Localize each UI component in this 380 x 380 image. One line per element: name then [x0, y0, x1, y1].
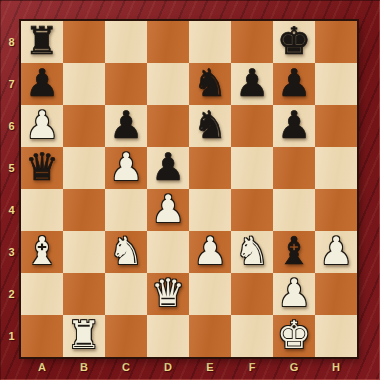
square-c2[interactable] [105, 273, 147, 315]
square-c3[interactable]: ♞ [105, 231, 147, 273]
square-g6[interactable]: ♟ [273, 105, 315, 147]
black-pawn-f7[interactable]: ♟ [235, 64, 269, 102]
square-h5[interactable] [315, 147, 357, 189]
white-pawn-g2[interactable]: ♟ [277, 274, 311, 312]
white-knight-c3[interactable]: ♞ [109, 232, 143, 270]
square-b3[interactable] [63, 231, 105, 273]
white-rook-b1[interactable]: ♜ [67, 316, 101, 354]
square-d3[interactable] [147, 231, 189, 273]
square-f6[interactable] [231, 105, 273, 147]
black-king-g8[interactable]: ♚ [277, 22, 311, 60]
black-knight-e6[interactable]: ♞ [193, 106, 227, 144]
square-f7[interactable]: ♟ [231, 63, 273, 105]
square-g8[interactable]: ♚ [273, 21, 315, 63]
square-b8[interactable] [63, 21, 105, 63]
square-c4[interactable] [105, 189, 147, 231]
file-label-g: G [273, 357, 315, 380]
square-c7[interactable] [105, 63, 147, 105]
square-c8[interactable] [105, 21, 147, 63]
square-f4[interactable] [231, 189, 273, 231]
rank-label-6: 6 [0, 105, 21, 147]
square-h1[interactable] [315, 315, 357, 357]
rank-label-1: 1 [0, 315, 21, 357]
file-labels: ABCDEFGH [21, 357, 357, 380]
file-label-f: F [231, 357, 273, 380]
rank-label-5: 5 [0, 147, 21, 189]
square-g3[interactable]: ♝ [273, 231, 315, 273]
square-f3[interactable]: ♞ [231, 231, 273, 273]
square-b5[interactable] [63, 147, 105, 189]
white-king-g1[interactable]: ♚ [277, 316, 311, 354]
square-b7[interactable] [63, 63, 105, 105]
square-g1[interactable]: ♚ [273, 315, 315, 357]
square-b6[interactable] [63, 105, 105, 147]
black-pawn-d5[interactable]: ♟ [151, 148, 185, 186]
white-queen-d2[interactable]: ♛ [151, 274, 185, 312]
square-f5[interactable] [231, 147, 273, 189]
square-a2[interactable] [21, 273, 63, 315]
black-knight-e7[interactable]: ♞ [193, 64, 227, 102]
square-h6[interactable] [315, 105, 357, 147]
chess-board-frame: 87654321 ABCDEFGH ♜♚♟♞♟♟♟♟♞♟♛♟♟♟♝♞♟♞♝♟♛♟… [0, 0, 380, 380]
square-a7[interactable]: ♟ [21, 63, 63, 105]
chess-board: ♜♚♟♞♟♟♟♟♞♟♛♟♟♟♝♞♟♞♝♟♛♟♜♚ [21, 21, 357, 357]
square-a4[interactable] [21, 189, 63, 231]
square-e8[interactable] [189, 21, 231, 63]
square-c6[interactable]: ♟ [105, 105, 147, 147]
square-h2[interactable] [315, 273, 357, 315]
file-label-d: D [147, 357, 189, 380]
square-d6[interactable] [147, 105, 189, 147]
black-pawn-a7[interactable]: ♟ [25, 64, 59, 102]
black-rook-a8[interactable]: ♜ [25, 22, 59, 60]
file-label-h: H [315, 357, 357, 380]
square-d7[interactable] [147, 63, 189, 105]
black-bishop-g3[interactable]: ♝ [277, 232, 311, 270]
white-pawn-e3[interactable]: ♟ [193, 232, 227, 270]
square-e3[interactable]: ♟ [189, 231, 231, 273]
black-pawn-g6[interactable]: ♟ [277, 106, 311, 144]
rank-labels: 87654321 [0, 21, 21, 357]
square-d5[interactable]: ♟ [147, 147, 189, 189]
white-pawn-c5[interactable]: ♟ [109, 148, 143, 186]
square-a3[interactable]: ♝ [21, 231, 63, 273]
square-e1[interactable] [189, 315, 231, 357]
white-pawn-d4[interactable]: ♟ [151, 190, 185, 228]
black-queen-a5[interactable]: ♛ [25, 148, 59, 186]
square-f1[interactable] [231, 315, 273, 357]
square-h8[interactable] [315, 21, 357, 63]
square-c5[interactable]: ♟ [105, 147, 147, 189]
square-b1[interactable]: ♜ [63, 315, 105, 357]
square-d8[interactable] [147, 21, 189, 63]
white-pawn-h3[interactable]: ♟ [319, 232, 353, 270]
square-e7[interactable]: ♞ [189, 63, 231, 105]
square-f2[interactable] [231, 273, 273, 315]
square-b4[interactable] [63, 189, 105, 231]
square-a1[interactable] [21, 315, 63, 357]
white-knight-f3[interactable]: ♞ [235, 232, 269, 270]
square-h4[interactable] [315, 189, 357, 231]
file-label-a: A [21, 357, 63, 380]
square-c1[interactable] [105, 315, 147, 357]
square-a6[interactable]: ♟ [21, 105, 63, 147]
square-e2[interactable] [189, 273, 231, 315]
rank-label-3: 3 [0, 231, 21, 273]
square-e6[interactable]: ♞ [189, 105, 231, 147]
rank-label-8: 8 [0, 21, 21, 63]
white-pawn-a6[interactable]: ♟ [25, 106, 59, 144]
file-label-c: C [105, 357, 147, 380]
square-d2[interactable]: ♛ [147, 273, 189, 315]
file-label-e: E [189, 357, 231, 380]
square-g7[interactable]: ♟ [273, 63, 315, 105]
square-f8[interactable] [231, 21, 273, 63]
square-g2[interactable]: ♟ [273, 273, 315, 315]
square-e4[interactable] [189, 189, 231, 231]
square-e5[interactable] [189, 147, 231, 189]
rank-label-7: 7 [0, 63, 21, 105]
square-g5[interactable] [273, 147, 315, 189]
white-bishop-a3[interactable]: ♝ [25, 232, 59, 270]
black-pawn-c6[interactable]: ♟ [109, 106, 143, 144]
rank-label-2: 2 [0, 273, 21, 315]
square-h3[interactable]: ♟ [315, 231, 357, 273]
square-b2[interactable] [63, 273, 105, 315]
square-d1[interactable] [147, 315, 189, 357]
black-pawn-g7[interactable]: ♟ [277, 64, 311, 102]
file-label-b: B [63, 357, 105, 380]
square-a8[interactable]: ♜ [21, 21, 63, 63]
square-g4[interactable] [273, 189, 315, 231]
square-h7[interactable] [315, 63, 357, 105]
square-d4[interactable]: ♟ [147, 189, 189, 231]
square-a5[interactable]: ♛ [21, 147, 63, 189]
rank-label-4: 4 [0, 189, 21, 231]
